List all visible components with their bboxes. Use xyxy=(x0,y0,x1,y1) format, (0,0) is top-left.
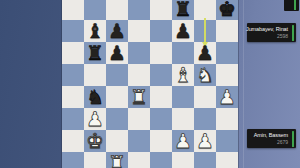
square-g1 xyxy=(194,152,216,168)
square-f2 xyxy=(172,130,194,152)
square-h3 xyxy=(216,108,238,130)
square-b3 xyxy=(84,108,106,130)
square-d1 xyxy=(128,152,150,168)
square-f6 xyxy=(172,42,194,64)
square-d6 xyxy=(128,42,150,64)
broadcast-frame[interactable]: ♜♚♝♟♟♜♟♟♝♞♞♜♟♟♚♟♟♜ Jumabayev, Rinat 2598… xyxy=(0,0,300,168)
square-c3 xyxy=(106,108,128,130)
square-b1 xyxy=(84,152,106,168)
square-b8 xyxy=(84,0,106,20)
square-c4 xyxy=(106,86,128,108)
square-h4 xyxy=(216,86,238,108)
square-c6 xyxy=(106,42,128,64)
square-e8 xyxy=(150,0,172,20)
square-e7 xyxy=(150,20,172,42)
square-e6 xyxy=(150,42,172,64)
player-name-white: Amin, Bassem xyxy=(254,132,288,139)
square-f7 xyxy=(172,20,194,42)
square-a8 xyxy=(62,0,84,20)
square-e1 xyxy=(150,152,172,168)
player-rating-black: 2598 xyxy=(277,33,288,39)
square-h5 xyxy=(216,64,238,86)
square-a3 xyxy=(62,108,84,130)
square-d8 xyxy=(128,0,150,20)
square-f1 xyxy=(172,152,194,168)
square-h6 xyxy=(216,42,238,64)
square-h2 xyxy=(216,130,238,152)
score-bar-icon xyxy=(292,25,295,41)
score-bar-icon xyxy=(294,0,297,10)
player-rating-white: 2679 xyxy=(277,139,288,145)
square-a1 xyxy=(62,152,84,168)
square-e5 xyxy=(150,64,172,86)
square-c5 xyxy=(106,64,128,86)
player-name-black: Jumabayev, Rinat xyxy=(246,26,288,33)
square-d5 xyxy=(128,64,150,86)
square-b6 xyxy=(84,42,106,64)
square-c1 xyxy=(106,152,128,168)
square-e2 xyxy=(150,130,172,152)
square-d3 xyxy=(128,108,150,130)
square-b4 xyxy=(84,86,106,108)
square-f3 xyxy=(172,108,194,130)
square-f4 xyxy=(172,86,194,108)
square-g4 xyxy=(194,86,216,108)
square-g2 xyxy=(194,130,216,152)
square-f8 xyxy=(172,0,194,20)
square-b7 xyxy=(84,20,106,42)
square-d4 xyxy=(128,86,150,108)
square-a4 xyxy=(62,86,84,108)
square-h7 xyxy=(216,20,238,42)
square-c7 xyxy=(106,20,128,42)
chess-board: ♜♚♝♟♟♜♟♟♝♞♞♜♟♟♚♟♟♜ xyxy=(62,0,238,168)
square-d2 xyxy=(128,130,150,152)
square-h1 xyxy=(216,152,238,168)
last-move-arrow xyxy=(204,18,206,42)
square-h8 xyxy=(216,0,238,20)
square-c2 xyxy=(106,130,128,152)
square-a6 xyxy=(62,42,84,64)
player-card-white: Amin, Bassem 2679 xyxy=(247,129,296,148)
square-c8 xyxy=(106,0,128,20)
square-a2 xyxy=(62,130,84,152)
square-g5 xyxy=(194,64,216,86)
square-a7 xyxy=(62,20,84,42)
panel-seam xyxy=(243,0,244,168)
last-move-arrowhead-icon xyxy=(202,42,208,47)
square-e3 xyxy=(150,108,172,130)
square-g3 xyxy=(194,108,216,130)
square-f5 xyxy=(172,64,194,86)
cropped-label-fragment xyxy=(284,0,299,11)
square-b2 xyxy=(84,130,106,152)
square-e4 xyxy=(150,86,172,108)
square-b5 xyxy=(84,64,106,86)
player-card-black: Jumabayev, Rinat 2598 xyxy=(247,23,296,42)
square-g8 xyxy=(194,0,216,20)
score-bar-icon xyxy=(292,131,295,147)
square-d7 xyxy=(128,20,150,42)
square-a5 xyxy=(62,64,84,86)
